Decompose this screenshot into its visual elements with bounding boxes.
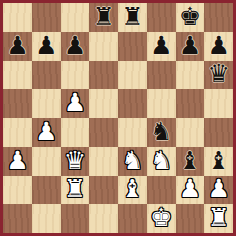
square-b4[interactable]: ♟ xyxy=(32,118,61,147)
square-b7[interactable]: ♟ xyxy=(32,32,61,61)
square-d1[interactable] xyxy=(89,204,118,233)
white-pawn-g2: ♟ xyxy=(179,176,201,201)
square-g1[interactable] xyxy=(176,204,205,233)
square-c1[interactable] xyxy=(61,204,90,233)
square-b8[interactable] xyxy=(32,3,61,32)
square-a1[interactable] xyxy=(3,204,32,233)
white-pawn-h2: ♟ xyxy=(207,176,229,201)
chess-diagram: ♜♜♚♟♟♟♟♟♟♛♟♟♞♟♛♞♞♝♝♜♝♟♟♚♜ xyxy=(0,0,236,236)
black-king-g8: ♚ xyxy=(179,4,201,29)
square-c8[interactable] xyxy=(61,3,90,32)
white-king-f1: ♚ xyxy=(150,205,172,230)
square-g7[interactable]: ♟ xyxy=(176,32,205,61)
square-h6[interactable]: ♛ xyxy=(204,61,233,90)
black-pawn-a7: ♟ xyxy=(6,33,28,58)
white-rook-h1: ♜ xyxy=(207,205,229,230)
white-pawn-a3: ♟ xyxy=(6,148,28,173)
square-e2[interactable]: ♝ xyxy=(118,176,147,205)
square-b1[interactable] xyxy=(32,204,61,233)
white-pawn-c5: ♟ xyxy=(64,90,86,115)
square-e3[interactable]: ♞ xyxy=(118,147,147,176)
square-d4[interactable] xyxy=(89,118,118,147)
black-bishop-h3: ♝ xyxy=(207,148,229,173)
black-queen-h6: ♛ xyxy=(207,61,229,86)
square-h1[interactable]: ♜ xyxy=(204,204,233,233)
square-a4[interactable] xyxy=(3,118,32,147)
square-g2[interactable]: ♟ xyxy=(176,176,205,205)
square-g4[interactable] xyxy=(176,118,205,147)
white-rook-c2: ♜ xyxy=(64,176,86,201)
square-f4[interactable]: ♞ xyxy=(147,118,176,147)
square-d5[interactable] xyxy=(89,89,118,118)
square-h7[interactable]: ♟ xyxy=(204,32,233,61)
square-h4[interactable] xyxy=(204,118,233,147)
square-b3[interactable] xyxy=(32,147,61,176)
square-f5[interactable] xyxy=(147,89,176,118)
black-bishop-g3: ♝ xyxy=(179,148,201,173)
square-f2[interactable] xyxy=(147,176,176,205)
white-bishop-e2: ♝ xyxy=(121,176,143,201)
square-a8[interactable] xyxy=(3,3,32,32)
chess-board: ♜♜♚♟♟♟♟♟♟♛♟♟♞♟♛♞♞♝♝♜♝♟♟♚♜ xyxy=(3,3,233,233)
square-d8[interactable]: ♜ xyxy=(89,3,118,32)
square-d3[interactable] xyxy=(89,147,118,176)
square-d7[interactable] xyxy=(89,32,118,61)
square-a2[interactable] xyxy=(3,176,32,205)
square-h3[interactable]: ♝ xyxy=(204,147,233,176)
square-h2[interactable]: ♟ xyxy=(204,176,233,205)
square-h8[interactable] xyxy=(204,3,233,32)
black-rook-d8: ♜ xyxy=(92,4,114,29)
square-e6[interactable] xyxy=(118,61,147,90)
white-pawn-b4: ♟ xyxy=(35,119,57,144)
square-d2[interactable] xyxy=(89,176,118,205)
square-g5[interactable] xyxy=(176,89,205,118)
black-pawn-h7: ♟ xyxy=(207,33,229,58)
square-c4[interactable] xyxy=(61,118,90,147)
square-b2[interactable] xyxy=(32,176,61,205)
square-a5[interactable] xyxy=(3,89,32,118)
square-b6[interactable] xyxy=(32,61,61,90)
square-a3[interactable]: ♟ xyxy=(3,147,32,176)
black-rook-e8: ♜ xyxy=(121,4,143,29)
square-e4[interactable] xyxy=(118,118,147,147)
square-f7[interactable]: ♟ xyxy=(147,32,176,61)
square-c2[interactable]: ♜ xyxy=(61,176,90,205)
square-e8[interactable]: ♜ xyxy=(118,3,147,32)
black-pawn-b7: ♟ xyxy=(35,33,57,58)
square-f6[interactable] xyxy=(147,61,176,90)
square-a7[interactable]: ♟ xyxy=(3,32,32,61)
square-g8[interactable]: ♚ xyxy=(176,3,205,32)
square-e7[interactable] xyxy=(118,32,147,61)
white-queen-c3: ♛ xyxy=(64,148,86,173)
square-c5[interactable]: ♟ xyxy=(61,89,90,118)
square-f3[interactable]: ♞ xyxy=(147,147,176,176)
square-c7[interactable]: ♟ xyxy=(61,32,90,61)
square-a6[interactable] xyxy=(3,61,32,90)
square-f1[interactable]: ♚ xyxy=(147,204,176,233)
black-pawn-c7: ♟ xyxy=(64,33,86,58)
white-knight-f3: ♞ xyxy=(150,148,172,173)
square-b5[interactable] xyxy=(32,89,61,118)
black-pawn-f7: ♟ xyxy=(150,33,172,58)
black-pawn-g7: ♟ xyxy=(179,33,201,58)
black-knight-f4: ♞ xyxy=(150,119,172,144)
square-c6[interactable] xyxy=(61,61,90,90)
square-c3[interactable]: ♛ xyxy=(61,147,90,176)
square-f8[interactable] xyxy=(147,3,176,32)
square-e1[interactable] xyxy=(118,204,147,233)
square-g6[interactable] xyxy=(176,61,205,90)
square-e5[interactable] xyxy=(118,89,147,118)
white-knight-e3: ♞ xyxy=(121,148,143,173)
square-d6[interactable] xyxy=(89,61,118,90)
square-h5[interactable] xyxy=(204,89,233,118)
square-g3[interactable]: ♝ xyxy=(176,147,205,176)
